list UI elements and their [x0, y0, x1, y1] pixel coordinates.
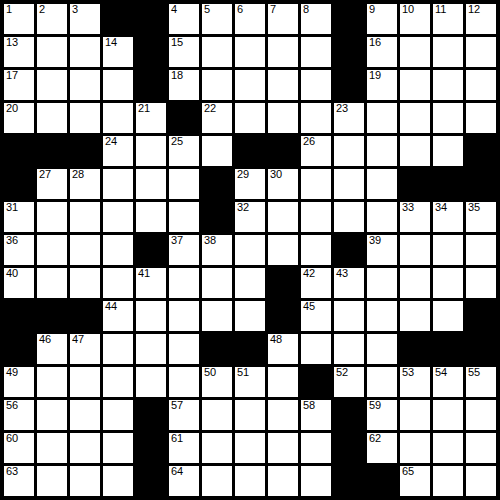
white-cell[interactable] [400, 301, 430, 331]
white-cell[interactable] [136, 169, 166, 199]
white-cell[interactable]: 7 [268, 4, 298, 34]
white-cell[interactable] [37, 70, 67, 100]
black-cell [136, 37, 166, 67]
white-cell[interactable]: 1 [4, 4, 34, 34]
white-cell[interactable] [37, 37, 67, 67]
cell-number: 11 [435, 4, 446, 16]
white-cell[interactable] [235, 301, 265, 331]
cell-number: 46 [39, 334, 51, 346]
white-cell[interactable] [334, 136, 364, 166]
black-cell [70, 301, 100, 331]
white-cell[interactable] [103, 334, 133, 364]
crossword-board: 1234567891011121314151617181920212223242… [0, 0, 500, 500]
cell-number: 25 [171, 136, 183, 148]
black-cell [70, 136, 100, 166]
white-cell[interactable] [301, 70, 331, 100]
black-cell [466, 334, 496, 364]
cell-number: 59 [369, 400, 381, 412]
white-cell[interactable]: 29 [235, 169, 265, 199]
white-cell[interactable] [70, 70, 100, 100]
black-cell [466, 169, 496, 199]
cell-number: 9 [369, 4, 375, 16]
cell-number: 3 [72, 4, 78, 16]
white-cell[interactable] [169, 169, 199, 199]
white-cell[interactable] [169, 367, 199, 397]
black-cell [235, 334, 265, 364]
white-cell[interactable]: 30 [268, 169, 298, 199]
black-cell [334, 433, 364, 463]
white-cell[interactable] [301, 37, 331, 67]
cell-number: 61 [171, 433, 183, 445]
white-cell[interactable] [433, 37, 463, 67]
cell-number: 24 [105, 136, 117, 148]
cell-number: 58 [303, 400, 315, 412]
cell-number: 29 [237, 169, 249, 181]
white-cell[interactable] [400, 103, 430, 133]
white-cell[interactable]: 44 [103, 301, 133, 331]
cell-number: 6 [237, 4, 243, 16]
white-cell[interactable] [268, 70, 298, 100]
white-cell[interactable] [37, 433, 67, 463]
white-cell[interactable]: 4 [169, 4, 199, 34]
cell-number: 40 [6, 268, 18, 280]
cell-number: 45 [303, 301, 315, 313]
black-cell [136, 466, 166, 496]
white-cell[interactable] [202, 400, 232, 430]
black-cell [4, 301, 34, 331]
cell-number: 31 [6, 202, 18, 214]
white-cell[interactable] [70, 466, 100, 496]
white-cell[interactable] [466, 433, 496, 463]
white-cell[interactable] [301, 202, 331, 232]
cell-number: 39 [369, 235, 381, 247]
white-cell[interactable]: 61 [169, 433, 199, 463]
white-cell[interactable] [169, 268, 199, 298]
white-cell[interactable] [301, 103, 331, 133]
black-cell [334, 37, 364, 67]
white-cell[interactable] [103, 433, 133, 463]
white-cell[interactable] [268, 433, 298, 463]
white-cell[interactable]: 21 [136, 103, 166, 133]
black-cell [202, 202, 232, 232]
white-cell[interactable] [202, 433, 232, 463]
white-cell[interactable] [235, 400, 265, 430]
cell-number: 13 [6, 37, 18, 49]
cell-number: 36 [6, 235, 18, 247]
black-cell [334, 400, 364, 430]
white-cell[interactable]: 47 [70, 334, 100, 364]
white-cell[interactable] [136, 367, 166, 397]
white-cell[interactable] [70, 268, 100, 298]
white-cell[interactable] [103, 466, 133, 496]
cell-number: 57 [171, 400, 183, 412]
white-cell[interactable] [301, 235, 331, 265]
white-cell[interactable] [202, 268, 232, 298]
white-cell[interactable]: 32 [235, 202, 265, 232]
white-cell[interactable]: 39 [367, 235, 397, 265]
white-cell[interactable] [433, 466, 463, 496]
white-cell[interactable]: 11 [433, 4, 463, 34]
white-cell[interactable] [367, 103, 397, 133]
white-cell[interactable]: 9 [367, 4, 397, 34]
white-cell[interactable]: 33 [400, 202, 430, 232]
cell-number: 41 [138, 268, 150, 280]
white-cell[interactable]: 54 [433, 367, 463, 397]
white-cell[interactable] [235, 103, 265, 133]
cell-number: 10 [402, 4, 414, 16]
white-cell[interactable]: 16 [367, 37, 397, 67]
white-cell[interactable]: 6 [235, 4, 265, 34]
white-cell[interactable] [466, 37, 496, 67]
white-cell[interactable] [136, 136, 166, 166]
black-cell [334, 70, 364, 100]
black-cell [268, 136, 298, 166]
white-cell[interactable] [433, 70, 463, 100]
white-cell[interactable] [37, 466, 67, 496]
white-cell[interactable] [37, 400, 67, 430]
white-cell[interactable] [103, 103, 133, 133]
cell-number: 14 [105, 37, 117, 49]
white-cell[interactable]: 57 [169, 400, 199, 430]
white-cell[interactable]: 18 [169, 70, 199, 100]
cell-number: 21 [138, 103, 150, 115]
black-cell [4, 334, 34, 364]
white-cell[interactable] [433, 400, 463, 430]
white-cell[interactable]: 24 [103, 136, 133, 166]
white-cell[interactable] [70, 400, 100, 430]
white-cell[interactable]: 31 [4, 202, 34, 232]
cell-number: 8 [303, 4, 309, 16]
cell-number: 28 [72, 169, 84, 181]
white-cell[interactable] [400, 433, 430, 463]
white-cell[interactable] [169, 334, 199, 364]
black-cell [136, 235, 166, 265]
white-cell[interactable] [433, 235, 463, 265]
white-cell[interactable]: 8 [301, 4, 331, 34]
black-cell [367, 466, 397, 496]
white-cell[interactable] [169, 301, 199, 331]
white-cell[interactable] [103, 169, 133, 199]
white-cell[interactable]: 38 [202, 235, 232, 265]
white-cell[interactable]: 60 [4, 433, 34, 463]
white-cell[interactable] [169, 202, 199, 232]
cell-number: 18 [171, 70, 183, 82]
cell-number: 5 [204, 4, 210, 16]
black-cell [334, 4, 364, 34]
white-cell[interactable]: 49 [4, 367, 34, 397]
white-cell[interactable]: 2 [37, 4, 67, 34]
white-cell[interactable]: 20 [4, 103, 34, 133]
white-cell[interactable] [268, 37, 298, 67]
white-cell[interactable]: 43 [334, 268, 364, 298]
white-cell[interactable] [202, 70, 232, 100]
white-cell[interactable] [70, 433, 100, 463]
black-cell [37, 301, 67, 331]
white-cell[interactable]: 35 [466, 202, 496, 232]
white-cell[interactable]: 45 [301, 301, 331, 331]
black-cell [4, 136, 34, 166]
cell-number: 64 [171, 466, 183, 478]
cell-number: 37 [171, 235, 183, 247]
white-cell[interactable] [103, 400, 133, 430]
cell-number: 35 [468, 202, 480, 214]
white-cell[interactable] [268, 367, 298, 397]
white-cell[interactable] [367, 268, 397, 298]
black-cell [433, 169, 463, 199]
white-cell[interactable] [367, 202, 397, 232]
crossword-page: 1234567891011121314151617181920212223242… [0, 0, 500, 500]
cell-number: 17 [6, 70, 18, 82]
white-cell[interactable]: 62 [367, 433, 397, 463]
cell-number: 49 [6, 367, 18, 379]
black-cell [37, 136, 67, 166]
black-cell [400, 169, 430, 199]
cell-number: 15 [171, 37, 183, 49]
white-cell[interactable] [103, 202, 133, 232]
white-cell[interactable]: 55 [466, 367, 496, 397]
white-cell[interactable] [103, 70, 133, 100]
white-cell[interactable]: 56 [4, 400, 34, 430]
cell-number: 50 [204, 367, 216, 379]
white-cell[interactable] [202, 37, 232, 67]
white-cell[interactable]: 10 [400, 4, 430, 34]
white-cell[interactable] [70, 235, 100, 265]
white-cell[interactable]: 13 [4, 37, 34, 67]
white-cell[interactable]: 5 [202, 4, 232, 34]
white-cell[interactable] [433, 136, 463, 166]
black-cell [466, 301, 496, 331]
white-cell[interactable] [334, 169, 364, 199]
cell-number: 16 [369, 37, 381, 49]
white-cell[interactable] [466, 466, 496, 496]
white-cell[interactable] [235, 433, 265, 463]
white-cell[interactable]: 50 [202, 367, 232, 397]
white-cell[interactable]: 27 [37, 169, 67, 199]
white-cell[interactable] [37, 202, 67, 232]
white-cell[interactable] [367, 169, 397, 199]
white-cell[interactable] [202, 136, 232, 166]
cell-number: 20 [6, 103, 18, 115]
cell-number: 51 [237, 367, 249, 379]
cell-number: 47 [72, 334, 84, 346]
cell-number: 30 [270, 169, 282, 181]
white-cell[interactable]: 15 [169, 37, 199, 67]
white-cell[interactable] [400, 268, 430, 298]
cell-number: 4 [171, 4, 177, 16]
black-cell [169, 103, 199, 133]
white-cell[interactable] [70, 202, 100, 232]
cell-number: 2 [39, 4, 45, 16]
black-cell [4, 169, 34, 199]
white-cell[interactable] [268, 466, 298, 496]
white-cell[interactable] [301, 433, 331, 463]
white-cell[interactable] [235, 235, 265, 265]
white-cell[interactable] [367, 367, 397, 397]
white-cell[interactable] [466, 268, 496, 298]
white-cell[interactable]: 23 [334, 103, 364, 133]
white-cell[interactable]: 37 [169, 235, 199, 265]
white-cell[interactable] [37, 103, 67, 133]
black-cell [268, 301, 298, 331]
black-cell [268, 268, 298, 298]
cell-number: 53 [402, 367, 414, 379]
cell-number: 22 [204, 103, 216, 115]
white-cell[interactable]: 53 [400, 367, 430, 397]
white-cell[interactable] [466, 235, 496, 265]
black-cell [301, 367, 331, 397]
white-cell[interactable] [235, 70, 265, 100]
white-cell[interactable]: 14 [103, 37, 133, 67]
white-cell[interactable] [301, 334, 331, 364]
cell-number: 33 [402, 202, 414, 214]
white-cell[interactable] [334, 301, 364, 331]
cell-number: 63 [6, 466, 18, 478]
white-cell[interactable]: 28 [70, 169, 100, 199]
white-cell[interactable] [301, 466, 331, 496]
white-cell[interactable]: 51 [235, 367, 265, 397]
white-cell[interactable] [136, 202, 166, 232]
white-cell[interactable] [202, 466, 232, 496]
white-cell[interactable]: 59 [367, 400, 397, 430]
white-cell[interactable]: 12 [466, 4, 496, 34]
white-cell[interactable] [268, 400, 298, 430]
black-cell [136, 70, 166, 100]
black-cell [235, 136, 265, 166]
cell-number: 52 [336, 367, 348, 379]
white-cell[interactable] [103, 268, 133, 298]
white-cell[interactable] [268, 103, 298, 133]
white-cell[interactable] [433, 301, 463, 331]
cell-number: 12 [468, 4, 480, 16]
white-cell[interactable] [466, 70, 496, 100]
white-cell[interactable] [136, 301, 166, 331]
cell-number: 27 [39, 169, 51, 181]
white-cell[interactable] [334, 334, 364, 364]
cell-number: 54 [435, 367, 447, 379]
white-cell[interactable]: 36 [4, 235, 34, 265]
black-cell [136, 433, 166, 463]
white-cell[interactable]: 17 [4, 70, 34, 100]
white-cell[interactable]: 46 [37, 334, 67, 364]
white-cell[interactable]: 41 [136, 268, 166, 298]
black-cell [400, 334, 430, 364]
white-cell[interactable] [235, 268, 265, 298]
white-cell[interactable]: 3 [70, 4, 100, 34]
cell-number: 38 [204, 235, 216, 247]
white-cell[interactable] [400, 37, 430, 67]
white-cell[interactable] [202, 301, 232, 331]
white-cell[interactable] [235, 466, 265, 496]
black-cell [202, 169, 232, 199]
cell-number: 62 [369, 433, 381, 445]
cell-number: 48 [270, 334, 282, 346]
white-cell[interactable] [433, 433, 463, 463]
cell-number: 65 [402, 466, 414, 478]
cell-number: 55 [468, 367, 480, 379]
cell-number: 43 [336, 268, 348, 280]
white-cell[interactable] [466, 400, 496, 430]
white-cell[interactable] [466, 103, 496, 133]
cell-number: 56 [6, 400, 18, 412]
white-cell[interactable]: 22 [202, 103, 232, 133]
white-cell[interactable] [367, 136, 397, 166]
cell-number: 42 [303, 268, 315, 280]
cell-number: 23 [336, 103, 348, 115]
white-cell[interactable] [268, 235, 298, 265]
white-cell[interactable]: 26 [301, 136, 331, 166]
black-cell [334, 235, 364, 265]
white-cell[interactable] [70, 367, 100, 397]
white-cell[interactable] [367, 334, 397, 364]
black-cell [202, 334, 232, 364]
white-cell[interactable]: 52 [334, 367, 364, 397]
white-cell[interactable] [70, 37, 100, 67]
white-cell[interactable] [400, 136, 430, 166]
white-cell[interactable] [235, 37, 265, 67]
white-cell[interactable]: 34 [433, 202, 463, 232]
white-cell[interactable]: 25 [169, 136, 199, 166]
black-cell [466, 136, 496, 166]
black-cell [433, 334, 463, 364]
white-cell[interactable]: 65 [400, 466, 430, 496]
white-cell[interactable]: 40 [4, 268, 34, 298]
white-cell[interactable] [367, 301, 397, 331]
white-cell[interactable]: 63 [4, 466, 34, 496]
cell-number: 26 [303, 136, 315, 148]
cell-number: 60 [6, 433, 18, 445]
cell-number: 7 [270, 4, 276, 16]
white-cell[interactable] [433, 103, 463, 133]
black-cell [136, 4, 166, 34]
white-cell[interactable]: 19 [367, 70, 397, 100]
white-cell[interactable] [400, 235, 430, 265]
cell-number: 19 [369, 70, 381, 82]
white-cell[interactable] [400, 70, 430, 100]
cell-number: 1 [6, 4, 12, 16]
white-cell[interactable]: 42 [301, 268, 331, 298]
white-cell[interactable] [433, 268, 463, 298]
white-cell[interactable] [37, 367, 67, 397]
white-cell[interactable] [400, 400, 430, 430]
black-cell [103, 4, 133, 34]
black-cell [136, 400, 166, 430]
white-cell[interactable] [37, 235, 67, 265]
white-cell[interactable] [136, 334, 166, 364]
cell-number: 34 [435, 202, 447, 214]
white-cell[interactable] [334, 202, 364, 232]
white-cell[interactable]: 64 [169, 466, 199, 496]
cell-number: 44 [105, 301, 117, 313]
white-cell[interactable]: 48 [268, 334, 298, 364]
white-cell[interactable] [301, 169, 331, 199]
white-cell[interactable] [37, 268, 67, 298]
white-cell[interactable] [70, 103, 100, 133]
white-cell[interactable] [268, 202, 298, 232]
white-cell[interactable]: 58 [301, 400, 331, 430]
cell-number: 32 [237, 202, 249, 214]
white-cell[interactable] [103, 367, 133, 397]
black-cell [334, 466, 364, 496]
white-cell[interactable] [103, 235, 133, 265]
